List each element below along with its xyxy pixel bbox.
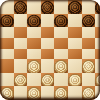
board-square[interactable] [68,59,82,73]
light-checker-piece[interactable] [27,60,41,74]
dark-checker-piece[interactable] [54,14,68,28]
board-square[interactable] [27,86,41,100]
board-square[interactable] [82,38,96,49]
board-square[interactable] [82,14,96,28]
board-square[interactable] [68,38,82,49]
board-square[interactable] [27,49,41,60]
board-square[interactable] [0,27,14,38]
board-square[interactable] [95,0,100,14]
board-square[interactable] [82,0,96,14]
board-square[interactable] [14,49,28,60]
board-square[interactable] [27,14,41,28]
dark-checker-piece[interactable] [27,14,41,28]
board-square[interactable] [0,73,14,87]
board-square[interactable] [82,27,96,38]
board-square[interactable] [0,59,14,73]
board-square[interactable] [14,59,28,73]
board-square[interactable] [82,49,96,60]
light-checker-piece[interactable] [82,60,96,74]
board-square[interactable] [14,14,28,28]
board-square[interactable] [27,27,41,38]
board-square[interactable] [41,14,55,28]
board-square[interactable] [41,59,55,73]
board-square[interactable] [41,49,55,60]
board-square[interactable] [0,86,14,100]
board-square[interactable] [14,0,28,14]
board-square[interactable] [41,0,55,14]
board-square[interactable] [0,49,14,60]
light-checker-piece[interactable] [27,87,41,100]
dark-checker-piece[interactable] [95,1,100,15]
board-square[interactable] [41,27,55,38]
board-square[interactable] [68,86,82,100]
board-square[interactable] [27,59,41,73]
board-square[interactable] [0,38,14,49]
board-square[interactable] [14,73,28,87]
light-checker-piece[interactable] [41,74,55,88]
dark-checker-piece[interactable] [14,1,28,15]
board-square[interactable] [68,49,82,60]
board-square[interactable] [95,59,100,73]
dark-checker-piece[interactable] [41,1,55,15]
board-square[interactable] [82,59,96,73]
board-square[interactable] [68,0,82,14]
board-square[interactable] [27,73,41,87]
dark-checker-piece[interactable] [68,1,82,15]
board-square[interactable] [54,27,68,38]
light-checker-piece[interactable] [82,87,96,100]
board-square[interactable] [68,27,82,38]
checkers-board [0,0,100,100]
board-square[interactable] [0,0,14,14]
board-square[interactable] [54,0,68,14]
dark-checker-piece[interactable] [0,14,14,28]
board-square[interactable] [95,49,100,60]
board-square[interactable] [95,14,100,28]
light-checker-piece[interactable] [14,74,28,88]
dark-checker-piece[interactable] [82,14,96,28]
board-square[interactable] [54,14,68,28]
light-checker-piece[interactable] [54,87,68,100]
board-square[interactable] [41,38,55,49]
board-square[interactable] [68,14,82,28]
board-square[interactable] [95,27,100,38]
board-square[interactable] [68,73,82,87]
board-square[interactable] [14,38,28,49]
light-checker-piece[interactable] [54,60,68,74]
board-square[interactable] [41,73,55,87]
board-square[interactable] [54,73,68,87]
board-square[interactable] [27,38,41,49]
board-square[interactable] [54,38,68,49]
board-square[interactable] [27,0,41,14]
board-square[interactable] [95,38,100,49]
board-square[interactable] [41,86,55,100]
board-square[interactable] [82,73,96,87]
board-square[interactable] [54,86,68,100]
light-checker-piece[interactable] [95,74,100,88]
board-square[interactable] [54,59,68,73]
board-square[interactable] [54,49,68,60]
light-checker-piece[interactable] [0,87,14,100]
board-square[interactable] [14,27,28,38]
board-square[interactable] [14,86,28,100]
board-square[interactable] [82,86,96,100]
board-square[interactable] [95,86,100,100]
light-checker-piece[interactable] [68,74,82,88]
board-square[interactable] [95,73,100,87]
checkers-app-icon [0,0,100,100]
board-square[interactable] [0,14,14,28]
